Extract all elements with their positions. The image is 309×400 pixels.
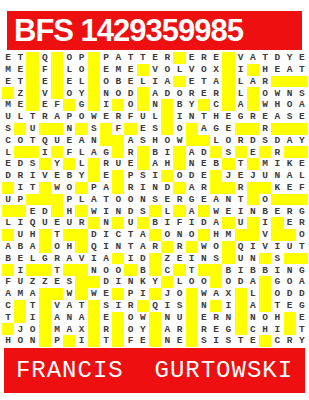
grid-cell: B <box>63 170 75 182</box>
grid-cell <box>26 76 38 88</box>
grid-cell: O <box>259 312 271 324</box>
grid-cell <box>161 241 173 253</box>
grid-cell: A <box>100 182 112 194</box>
grid-cell <box>26 64 38 76</box>
grid-cell: K <box>271 182 283 194</box>
grid-cell: I <box>222 300 234 312</box>
grid-cell: L <box>63 64 75 76</box>
grid-cell: A <box>198 123 210 135</box>
grid-cell: T <box>124 52 136 64</box>
grid-cell: N <box>247 312 259 324</box>
grid-cell: W <box>271 87 283 99</box>
grid-cell: K <box>137 276 149 288</box>
grid-cell: C <box>210 99 222 111</box>
grid-cell: A <box>26 288 38 300</box>
grid-cell: D <box>161 87 173 99</box>
grid-cell: D <box>14 158 26 170</box>
grid-cell <box>259 335 271 347</box>
grid-cell: E <box>198 158 210 170</box>
grid-cell: E <box>124 64 136 76</box>
grid-cell: E <box>198 170 210 182</box>
grid-cell <box>63 335 75 347</box>
grid-cell <box>88 158 100 170</box>
grid-cell <box>284 76 296 88</box>
grid-cell: O <box>210 241 222 253</box>
grid-cell: H <box>271 99 283 111</box>
grid-cell: L <box>137 76 149 88</box>
grid-cell: R <box>149 241 161 253</box>
grid-cell: O <box>75 111 87 123</box>
grid-cell: W <box>210 205 222 217</box>
grid-cell <box>14 146 26 158</box>
grid-cell: F <box>124 111 136 123</box>
grid-cell <box>88 76 100 88</box>
grid-cell: E <box>161 194 173 206</box>
grid-cell: A <box>51 111 63 123</box>
grid-cell: A <box>26 241 38 253</box>
grid-cell: Q <box>88 241 100 253</box>
grid-cell: W <box>198 241 210 253</box>
grid-cell: P <box>63 111 75 123</box>
grid-cell: O <box>124 194 136 206</box>
grid-cell <box>161 99 173 111</box>
grid-cell <box>88 87 100 99</box>
grid-cell <box>26 264 38 276</box>
grid-cell <box>39 335 51 347</box>
grid-cell <box>39 182 51 194</box>
grid-cell: A <box>2 241 14 253</box>
grid-cell <box>235 229 247 241</box>
grid-cell: P <box>51 335 63 347</box>
grid-cell: R <box>124 146 136 158</box>
grid-cell <box>39 312 51 324</box>
grid-cell: I <box>235 264 247 276</box>
grid-cell <box>63 158 75 170</box>
grid-cell: N <box>173 229 185 241</box>
grid-cell: S <box>259 135 271 147</box>
grid-cell <box>259 182 271 194</box>
grid-cell: I <box>161 217 173 229</box>
grid-cell: I <box>39 146 51 158</box>
grid-cell: R <box>173 194 185 206</box>
grid-cell: E <box>51 276 63 288</box>
grid-cell: R <box>173 323 185 335</box>
grid-cell: Q <box>235 241 247 253</box>
grid-cell <box>124 123 136 135</box>
grid-cell <box>88 300 100 312</box>
grid-cell: A <box>284 170 296 182</box>
grid-cell <box>161 123 173 135</box>
grid-cell: Z <box>26 276 38 288</box>
grid-cell <box>26 99 38 111</box>
grid-cell: R <box>296 217 308 229</box>
grid-cell <box>173 146 185 158</box>
grid-cell <box>247 158 259 170</box>
grid-cell: R <box>271 146 283 158</box>
author-banner: FRANCIS GURTOWSKI <box>4 348 305 393</box>
grid-cell: E <box>2 158 14 170</box>
grid-cell: O <box>14 135 26 147</box>
grid-cell: E <box>137 335 149 347</box>
grid-cell: C <box>112 229 124 241</box>
grid-cell <box>39 123 51 135</box>
grid-cell: O <box>51 241 63 253</box>
grid-cell: W <box>173 135 185 147</box>
grid-cell: A <box>63 323 75 335</box>
grid-cell <box>173 76 185 88</box>
grid-cell: R <box>100 158 112 170</box>
grid-cell: I <box>161 300 173 312</box>
grid-cell: R <box>198 323 210 335</box>
grid-cell: D <box>2 170 14 182</box>
grid-cell <box>75 276 87 288</box>
grid-cell <box>149 288 161 300</box>
grid-cell <box>137 158 149 170</box>
grid-cell: P <box>75 52 87 64</box>
grid-cell <box>75 182 87 194</box>
grid-cell: U <box>2 194 14 206</box>
grid-cell: H <box>2 335 14 347</box>
grid-cell: B <box>149 217 161 229</box>
grid-cell <box>39 229 51 241</box>
grid-cell <box>235 288 247 300</box>
grid-cell <box>75 205 87 217</box>
grid-cell: P <box>100 52 112 64</box>
grid-cell: E <box>124 76 136 88</box>
grid-cell: I <box>247 241 259 253</box>
grid-cell <box>112 288 124 300</box>
grid-cell: R <box>210 87 222 99</box>
grid-cell: T <box>296 323 308 335</box>
grid-cell: E <box>222 205 234 217</box>
grid-cell <box>210 264 222 276</box>
grid-cell <box>39 300 51 312</box>
grid-cell: H <box>259 323 271 335</box>
grid-cell: A <box>75 312 87 324</box>
grid-cell: E <box>235 170 247 182</box>
grid-cell: O <box>112 264 124 276</box>
title-banner: BFS 1429359985 <box>7 11 302 50</box>
grid-cell <box>173 182 185 194</box>
grid-cell: O <box>222 135 234 147</box>
grid-cell: N <box>161 312 173 324</box>
grid-cell: O <box>296 229 308 241</box>
grid-cell: N <box>161 335 173 347</box>
grid-cell: N <box>149 182 161 194</box>
grid-cell: L <box>247 288 259 300</box>
grid-cell <box>63 229 75 241</box>
grid-cell <box>198 135 210 147</box>
grid-cell: R <box>39 111 51 123</box>
grid-cell: N <box>186 158 198 170</box>
grid-cell: W <box>63 288 75 300</box>
grid-cell: M <box>259 158 271 170</box>
grid-cell: O <box>112 87 124 99</box>
grid-cell <box>26 146 38 158</box>
grid-cell: D <box>186 170 198 182</box>
grid-cell: E <box>186 52 198 64</box>
grid-cell <box>26 52 38 64</box>
grid-cell: U <box>284 241 296 253</box>
grid-cell: C <box>247 323 259 335</box>
grid-cell: R <box>235 135 247 147</box>
grid-cell <box>75 123 87 135</box>
grid-cell: E <box>100 312 112 324</box>
grid-cell <box>112 217 124 229</box>
grid-cell: I <box>124 253 136 265</box>
grid-cell: I <box>271 323 283 335</box>
grid-cell: O <box>186 276 198 288</box>
grid-cell: T <box>296 64 308 76</box>
grid-cell: P <box>124 170 136 182</box>
grid-cell: F <box>173 217 185 229</box>
grid-cell <box>2 87 14 99</box>
grid-cell: E <box>271 64 283 76</box>
grid-cell <box>75 264 87 276</box>
grid-cell: I <box>186 217 198 229</box>
grid-cell: E <box>271 205 283 217</box>
grid-cell <box>259 253 271 265</box>
grid-cell <box>51 205 63 217</box>
grid-cell <box>14 300 26 312</box>
grid-cell <box>222 87 234 99</box>
grid-cell: X <box>210 64 222 76</box>
grid-cell <box>2 264 14 276</box>
grid-cell: A <box>186 205 198 217</box>
grid-cell: W <box>88 111 100 123</box>
grid-cell <box>222 241 234 253</box>
grid-cell: D <box>137 253 149 265</box>
grid-cell <box>210 146 222 158</box>
grid-cell <box>75 229 87 241</box>
grid-cell <box>222 52 234 64</box>
grid-cell: M <box>222 229 234 241</box>
grid-cell: E <box>198 312 210 324</box>
grid-cell: R <box>112 111 124 123</box>
grid-cell: L <box>75 76 87 88</box>
grid-cell: A <box>247 76 259 88</box>
grid-cell: J <box>161 288 173 300</box>
grid-cell <box>296 194 308 206</box>
grid-cell <box>149 264 161 276</box>
grid-cell <box>173 52 185 64</box>
grid-cell <box>112 335 124 347</box>
grid-cell: I <box>137 288 149 300</box>
grid-cell <box>137 64 149 76</box>
grid-cell <box>51 64 63 76</box>
grid-cell: H <box>259 64 271 76</box>
author-name: FRANCIS GURTOWSKI <box>16 359 293 383</box>
grid-cell <box>247 64 259 76</box>
grid-cell <box>210 170 222 182</box>
grid-cell: U <box>235 217 247 229</box>
grid-cell: U <box>51 135 63 147</box>
grid-cell: O <box>284 276 296 288</box>
grid-cell: D <box>271 135 283 147</box>
grid-cell: N <box>247 205 259 217</box>
grid-cell <box>137 217 149 229</box>
grid-cell: D <box>88 229 100 241</box>
grid-cell: S <box>210 253 222 265</box>
grid-cell <box>186 335 198 347</box>
grid-cell: M <box>2 99 14 111</box>
grid-cell: T <box>26 111 38 123</box>
grid-cell: R <box>247 111 259 123</box>
grid-cell: V <box>39 170 51 182</box>
grid-cell: A <box>161 323 173 335</box>
grid-cell: S <box>63 276 75 288</box>
grid-cell: O <box>63 52 75 64</box>
grid-cell <box>149 229 161 241</box>
grid-cell: R <box>198 52 210 64</box>
grid-cell: O <box>75 64 87 76</box>
grid-cell: N <box>222 312 234 324</box>
grid-cell: A <box>247 300 259 312</box>
grid-cell: C <box>2 135 14 147</box>
grid-cell: T <box>198 76 210 88</box>
grid-cell: S <box>2 123 14 135</box>
grid-cell: Q <box>26 217 38 229</box>
grid-cell <box>75 288 87 300</box>
grid-cell: E <box>296 158 308 170</box>
grid-cell: E <box>124 158 136 170</box>
grid-cell: R <box>284 335 296 347</box>
grid-cell: N <box>137 194 149 206</box>
grid-cell: E <box>2 52 14 64</box>
grid-cell <box>112 146 124 158</box>
grid-cell: X <box>75 323 87 335</box>
grid-cell: T <box>235 335 247 347</box>
grid-cell <box>39 264 51 276</box>
grid-cell: U <box>26 123 38 135</box>
grid-cell <box>14 312 26 324</box>
grid-cell: G <box>296 205 308 217</box>
grid-cell: Y <box>51 158 63 170</box>
grid-cell: S <box>100 300 112 312</box>
grid-cell: Y <box>149 276 161 288</box>
grid-cell: N <box>271 170 283 182</box>
grid-cell: T <box>296 241 308 253</box>
grid-cell <box>88 52 100 64</box>
grid-cell <box>247 217 259 229</box>
grid-cell: N <box>100 217 112 229</box>
grid-cell: D <box>198 146 210 158</box>
grid-cell: T <box>271 300 283 312</box>
grid-cell <box>284 146 296 158</box>
grid-cell: U <box>63 217 75 229</box>
grid-cell: B <box>14 241 26 253</box>
grid-cell <box>39 323 51 335</box>
grid-cell <box>186 241 198 253</box>
grid-cell <box>51 194 63 206</box>
grid-cell: E <box>247 146 259 158</box>
grid-cell: D <box>235 276 247 288</box>
grid-cell <box>14 205 26 217</box>
grid-cell <box>112 253 124 265</box>
grid-cell <box>259 300 271 312</box>
grid-cell: R <box>259 76 271 88</box>
grid-cell: E <box>222 123 234 135</box>
grid-cell: T <box>14 76 26 88</box>
grid-cell: I <box>88 253 100 265</box>
grid-cell <box>137 300 149 312</box>
grid-cell <box>88 170 100 182</box>
grid-cell: B <box>222 264 234 276</box>
grid-cell: G <box>296 264 308 276</box>
grid-cell <box>149 253 161 265</box>
grid-cell: Z <box>39 276 51 288</box>
grid-cell: M <box>112 64 124 76</box>
grid-cell: T <box>26 182 38 194</box>
grid-cell <box>2 323 14 335</box>
grid-cell: A <box>271 111 283 123</box>
grid-cell: R <box>186 87 198 99</box>
grid-cell <box>222 253 234 265</box>
grid-cell <box>137 99 149 111</box>
grid-cell <box>88 323 100 335</box>
grid-cell: N <box>198 300 210 312</box>
grid-cell: G <box>271 276 283 288</box>
grid-cell: L <box>173 276 185 288</box>
grid-cell <box>271 217 283 229</box>
grid-cell: O <box>259 87 271 99</box>
grid-cell <box>51 123 63 135</box>
grid-cell <box>149 323 161 335</box>
grid-cell <box>210 182 222 194</box>
puzzle-grid: ETQOPPATTEREREVATDYEMEFLOEMEVOLVOXIHEATE… <box>2 52 308 347</box>
grid-cell: V <box>235 52 247 64</box>
grid-cell <box>63 99 75 111</box>
grid-cell: O <box>100 264 112 276</box>
grid-cell: R <box>235 182 247 194</box>
grid-cell: A <box>75 135 87 147</box>
grid-cell <box>296 123 308 135</box>
grid-cell: I <box>75 335 87 347</box>
grid-cell: O <box>124 312 136 324</box>
grid-cell: T <box>235 194 247 206</box>
book-title: BFS 1429359985 <box>14 15 243 46</box>
grid-cell: E <box>63 135 75 147</box>
grid-cell: L <box>296 170 308 182</box>
grid-cell: C <box>271 335 283 347</box>
grid-cell: H <box>149 135 161 147</box>
book-cover: { "game": "fill-in crossword puzzle (wor… <box>0 0 309 400</box>
grid-cell: R <box>173 241 185 253</box>
grid-cell: A <box>210 194 222 206</box>
grid-cell <box>149 335 161 347</box>
grid-cell <box>14 123 26 135</box>
grid-cell: A <box>284 64 296 76</box>
grid-cell <box>259 146 271 158</box>
grid-cell: T <box>186 264 198 276</box>
grid-cell: A <box>161 76 173 88</box>
grid-cell: E <box>100 64 112 76</box>
grid-cell <box>198 229 210 241</box>
grid-cell <box>112 99 124 111</box>
grid-cell: L <box>26 253 38 265</box>
grid-cell: S <box>26 158 38 170</box>
grid-cell: T <box>51 264 63 276</box>
grid-cell: V <box>259 229 271 241</box>
grid-cell: U <box>39 217 51 229</box>
grid-cell <box>210 276 222 288</box>
grid-cell: V <box>75 253 87 265</box>
grid-cell: N <box>222 194 234 206</box>
grid-cell: U <box>14 276 26 288</box>
grid-cell: O <box>112 194 124 206</box>
grid-cell: H <box>63 241 75 253</box>
grid-cell: O <box>161 135 173 147</box>
